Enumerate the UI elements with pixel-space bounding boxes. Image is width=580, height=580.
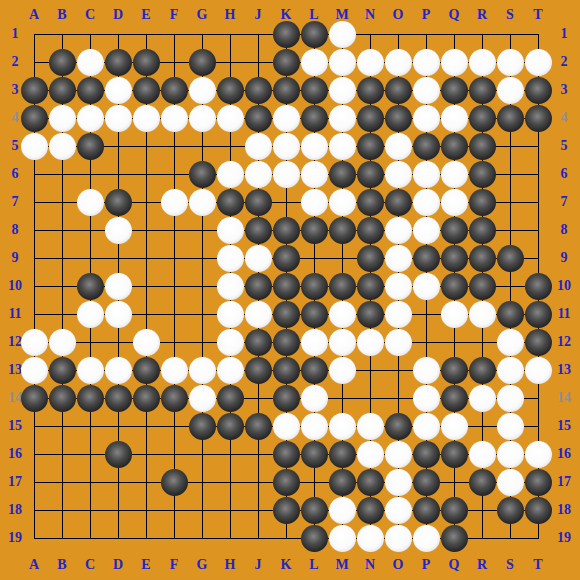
black-stone-T18[interactable] — [525, 497, 552, 524]
white-stone-R14[interactable] — [469, 385, 496, 412]
black-stone-B3[interactable] — [49, 77, 76, 104]
white-stone-L12[interactable] — [301, 329, 328, 356]
white-stone-A12[interactable] — [21, 329, 48, 356]
black-stone-K11[interactable] — [273, 301, 300, 328]
black-stone-R10[interactable] — [469, 273, 496, 300]
black-stone-L1[interactable] — [301, 21, 328, 48]
column-top-label: T — [526, 7, 550, 23]
column-top-label: E — [134, 7, 158, 23]
row-left-label: 9 — [3, 250, 27, 266]
white-stone-M15[interactable] — [329, 413, 356, 440]
white-stone-P7[interactable] — [413, 189, 440, 216]
row-left-label: 11 — [3, 306, 27, 322]
black-stone-K14[interactable] — [273, 385, 300, 412]
black-stone-L18[interactable] — [301, 497, 328, 524]
white-stone-T2[interactable] — [525, 49, 552, 76]
white-stone-J9[interactable] — [245, 245, 272, 272]
black-stone-R13[interactable] — [469, 357, 496, 384]
white-stone-H9[interactable] — [217, 245, 244, 272]
row-left-label: 8 — [3, 222, 27, 238]
white-stone-P10[interactable] — [413, 273, 440, 300]
white-stone-S16[interactable] — [497, 441, 524, 468]
white-stone-Q7[interactable] — [441, 189, 468, 216]
white-stone-F13[interactable] — [161, 357, 188, 384]
white-stone-L7[interactable] — [301, 189, 328, 216]
white-stone-O8[interactable] — [385, 217, 412, 244]
white-stone-N12[interactable] — [357, 329, 384, 356]
black-stone-P9[interactable] — [413, 245, 440, 272]
black-stone-J10[interactable] — [245, 273, 272, 300]
row-right-label: 16 — [552, 446, 576, 462]
column-top-label: N — [358, 7, 382, 23]
column-bottom-label: G — [190, 557, 214, 573]
white-stone-L2[interactable] — [301, 49, 328, 76]
row-right-label: 8 — [552, 222, 576, 238]
row-right-label: 17 — [552, 474, 576, 490]
white-stone-P3[interactable] — [413, 77, 440, 104]
row-left-label: 7 — [3, 194, 27, 210]
white-stone-N2[interactable] — [357, 49, 384, 76]
black-stone-D7[interactable] — [105, 189, 132, 216]
black-stone-N17[interactable] — [357, 469, 384, 496]
white-stone-H4[interactable] — [217, 105, 244, 132]
black-stone-S11[interactable] — [497, 301, 524, 328]
white-stone-Q15[interactable] — [441, 413, 468, 440]
row-right-label: 13 — [552, 362, 576, 378]
row-right-label: 14 — [552, 390, 576, 406]
black-stone-N9[interactable] — [357, 245, 384, 272]
white-stone-M19[interactable] — [329, 525, 356, 552]
column-top-label: R — [470, 7, 494, 23]
black-stone-Q18[interactable] — [441, 497, 468, 524]
row-right-label: 10 — [552, 278, 576, 294]
black-stone-R3[interactable] — [469, 77, 496, 104]
column-bottom-label: T — [526, 557, 550, 573]
black-stone-S18[interactable] — [497, 497, 524, 524]
white-stone-Q4[interactable] — [441, 105, 468, 132]
white-stone-C13[interactable] — [77, 357, 104, 384]
white-stone-Q6[interactable] — [441, 161, 468, 188]
black-stone-Q9[interactable] — [441, 245, 468, 272]
column-bottom-label: L — [302, 557, 326, 573]
white-stone-C7[interactable] — [77, 189, 104, 216]
white-stone-S13[interactable] — [497, 357, 524, 384]
row-right-label: 7 — [552, 194, 576, 210]
white-stone-A13[interactable] — [21, 357, 48, 384]
black-stone-K12[interactable] — [273, 329, 300, 356]
column-bottom-label: R — [470, 557, 494, 573]
white-stone-S12[interactable] — [497, 329, 524, 356]
row-right-label: 19 — [552, 530, 576, 546]
black-stone-M17[interactable] — [329, 469, 356, 496]
column-top-label: A — [22, 7, 46, 23]
column-top-label: O — [386, 7, 410, 23]
black-stone-C3[interactable] — [77, 77, 104, 104]
row-left-label: 1 — [3, 26, 27, 42]
white-stone-P15[interactable] — [413, 413, 440, 440]
column-top-label: D — [106, 7, 130, 23]
white-stone-F4[interactable] — [161, 105, 188, 132]
black-stone-T11[interactable] — [525, 301, 552, 328]
row-left-label: 19 — [3, 530, 27, 546]
white-stone-D3[interactable] — [105, 77, 132, 104]
white-stone-E4[interactable] — [133, 105, 160, 132]
white-stone-S17[interactable] — [497, 469, 524, 496]
black-stone-J4[interactable] — [245, 105, 272, 132]
column-bottom-label: B — [50, 557, 74, 573]
black-stone-J8[interactable] — [245, 217, 272, 244]
black-stone-D14[interactable] — [105, 385, 132, 412]
white-stone-P4[interactable] — [413, 105, 440, 132]
black-stone-T10[interactable] — [525, 273, 552, 300]
white-stone-H10[interactable] — [217, 273, 244, 300]
white-stone-O16[interactable] — [385, 441, 412, 468]
black-stone-H7[interactable] — [217, 189, 244, 216]
black-stone-R7[interactable] — [469, 189, 496, 216]
black-stone-J3[interactable] — [245, 77, 272, 104]
black-stone-T12[interactable] — [525, 329, 552, 356]
black-stone-C5[interactable] — [77, 133, 104, 160]
black-stone-H3[interactable] — [217, 77, 244, 104]
black-stone-O15[interactable] — [385, 413, 412, 440]
black-stone-J12[interactable] — [245, 329, 272, 356]
black-stone-J15[interactable] — [245, 413, 272, 440]
white-stone-S2[interactable] — [497, 49, 524, 76]
white-stone-J11[interactable] — [245, 301, 272, 328]
white-stone-P2[interactable] — [413, 49, 440, 76]
column-top-label: B — [50, 7, 74, 23]
white-stone-B12[interactable] — [49, 329, 76, 356]
column-top-label: G — [190, 7, 214, 23]
go-board[interactable]: AABBCCDDEEFFGGHHJJKKLLMMNNOOPPQQRRSSTT11… — [0, 0, 580, 580]
white-stone-C2[interactable] — [77, 49, 104, 76]
white-stone-M3[interactable] — [329, 77, 356, 104]
black-stone-L16[interactable] — [301, 441, 328, 468]
column-bottom-label: K — [274, 557, 298, 573]
row-left-label: 10 — [3, 278, 27, 294]
white-stone-P19[interactable] — [413, 525, 440, 552]
black-stone-F3[interactable] — [161, 77, 188, 104]
row-right-label: 3 — [552, 82, 576, 98]
white-stone-K5[interactable] — [273, 133, 300, 160]
black-stone-P17[interactable] — [413, 469, 440, 496]
black-stone-R6[interactable] — [469, 161, 496, 188]
black-stone-Q5[interactable] — [441, 133, 468, 160]
black-stone-K17[interactable] — [273, 469, 300, 496]
row-right-label: 1 — [552, 26, 576, 42]
white-stone-O5[interactable] — [385, 133, 412, 160]
black-stone-N5[interactable] — [357, 133, 384, 160]
column-top-label: C — [78, 7, 102, 23]
black-stone-N7[interactable] — [357, 189, 384, 216]
white-stone-S3[interactable] — [497, 77, 524, 104]
row-right-label: 9 — [552, 250, 576, 266]
column-bottom-label: C — [78, 557, 102, 573]
white-stone-M11[interactable] — [329, 301, 356, 328]
black-stone-E14[interactable] — [133, 385, 160, 412]
white-stone-O11[interactable] — [385, 301, 412, 328]
black-stone-D16[interactable] — [105, 441, 132, 468]
black-stone-K2[interactable] — [273, 49, 300, 76]
black-stone-M8[interactable] — [329, 217, 356, 244]
black-stone-P5[interactable] — [413, 133, 440, 160]
black-stone-N6[interactable] — [357, 161, 384, 188]
black-stone-J13[interactable] — [245, 357, 272, 384]
black-stone-L19[interactable] — [301, 525, 328, 552]
black-stone-R9[interactable] — [469, 245, 496, 272]
white-stone-D10[interactable] — [105, 273, 132, 300]
column-top-label: P — [414, 7, 438, 23]
column-bottom-label: J — [246, 557, 270, 573]
black-stone-E3[interactable] — [133, 77, 160, 104]
row-right-label: 6 — [552, 166, 576, 182]
white-stone-R2[interactable] — [469, 49, 496, 76]
row-left-label: 2 — [3, 54, 27, 70]
black-stone-K1[interactable] — [273, 21, 300, 48]
white-stone-P6[interactable] — [413, 161, 440, 188]
black-stone-H14[interactable] — [217, 385, 244, 412]
white-stone-H13[interactable] — [217, 357, 244, 384]
column-top-label: F — [162, 7, 186, 23]
black-stone-R5[interactable] — [469, 133, 496, 160]
black-stone-N3[interactable] — [357, 77, 384, 104]
black-stone-R4[interactable] — [469, 105, 496, 132]
column-bottom-label: E — [134, 557, 158, 573]
white-stone-M2[interactable] — [329, 49, 356, 76]
row-left-label: 18 — [3, 502, 27, 518]
black-stone-S4[interactable] — [497, 105, 524, 132]
black-stone-F17[interactable] — [161, 469, 188, 496]
black-stone-N10[interactable] — [357, 273, 384, 300]
row-left-label: 17 — [3, 474, 27, 490]
row-right-label: 12 — [552, 334, 576, 350]
black-stone-P16[interactable] — [413, 441, 440, 468]
column-bottom-label: H — [218, 557, 242, 573]
row-right-label: 18 — [552, 502, 576, 518]
black-stone-N4[interactable] — [357, 105, 384, 132]
white-stone-O9[interactable] — [385, 245, 412, 272]
black-stone-N11[interactable] — [357, 301, 384, 328]
white-stone-M13[interactable] — [329, 357, 356, 384]
white-stone-J5[interactable] — [245, 133, 272, 160]
column-bottom-label: F — [162, 557, 186, 573]
column-bottom-label: P — [414, 557, 438, 573]
black-stone-K13[interactable] — [273, 357, 300, 384]
white-stone-M7[interactable] — [329, 189, 356, 216]
black-stone-H15[interactable] — [217, 413, 244, 440]
black-stone-M16[interactable] — [329, 441, 356, 468]
black-stone-B13[interactable] — [49, 357, 76, 384]
white-stone-G7[interactable] — [189, 189, 216, 216]
white-stone-L6[interactable] — [301, 161, 328, 188]
black-stone-G15[interactable] — [189, 413, 216, 440]
white-stone-M18[interactable] — [329, 497, 356, 524]
row-left-label: 6 — [3, 166, 27, 182]
black-stone-C14[interactable] — [77, 385, 104, 412]
row-left-label: 15 — [3, 418, 27, 434]
black-stone-Q10[interactable] — [441, 273, 468, 300]
black-stone-K3[interactable] — [273, 77, 300, 104]
black-stone-E13[interactable] — [133, 357, 160, 384]
white-stone-P14[interactable] — [413, 385, 440, 412]
column-top-label: Q — [442, 7, 466, 23]
white-stone-L15[interactable] — [301, 413, 328, 440]
black-stone-R8[interactable] — [469, 217, 496, 244]
white-stone-S15[interactable] — [497, 413, 524, 440]
black-stone-K18[interactable] — [273, 497, 300, 524]
white-stone-R11[interactable] — [469, 301, 496, 328]
white-stone-N19[interactable] — [357, 525, 384, 552]
white-stone-C11[interactable] — [77, 301, 104, 328]
black-stone-M10[interactable] — [329, 273, 356, 300]
black-stone-L8[interactable] — [301, 217, 328, 244]
white-stone-J6[interactable] — [245, 161, 272, 188]
white-stone-H11[interactable] — [217, 301, 244, 328]
black-stone-K9[interactable] — [273, 245, 300, 272]
column-top-label: S — [498, 7, 522, 23]
black-stone-G2[interactable] — [189, 49, 216, 76]
white-stone-G13[interactable] — [189, 357, 216, 384]
column-bottom-label: O — [386, 557, 410, 573]
column-bottom-label: M — [330, 557, 354, 573]
black-stone-D2[interactable] — [105, 49, 132, 76]
white-stone-D4[interactable] — [105, 105, 132, 132]
white-stone-H8[interactable] — [217, 217, 244, 244]
white-stone-H12[interactable] — [217, 329, 244, 356]
black-stone-T3[interactable] — [525, 77, 552, 104]
white-stone-L5[interactable] — [301, 133, 328, 160]
column-bottom-label: Q — [442, 557, 466, 573]
column-bottom-label: S — [498, 557, 522, 573]
white-stone-O19[interactable] — [385, 525, 412, 552]
black-stone-A4[interactable] — [21, 105, 48, 132]
black-stone-J7[interactable] — [245, 189, 272, 216]
black-stone-P18[interactable] — [413, 497, 440, 524]
white-stone-O10[interactable] — [385, 273, 412, 300]
white-stone-P8[interactable] — [413, 217, 440, 244]
white-stone-T13[interactable] — [525, 357, 552, 384]
white-stone-M1[interactable] — [329, 21, 356, 48]
black-stone-R17[interactable] — [469, 469, 496, 496]
black-stone-T17[interactable] — [525, 469, 552, 496]
black-stone-F14[interactable] — [161, 385, 188, 412]
white-stone-E12[interactable] — [133, 329, 160, 356]
white-stone-O2[interactable] — [385, 49, 412, 76]
white-stone-O18[interactable] — [385, 497, 412, 524]
black-stone-L11[interactable] — [301, 301, 328, 328]
column-bottom-label: N — [358, 557, 382, 573]
column-bottom-label: D — [106, 557, 130, 573]
black-stone-C10[interactable] — [77, 273, 104, 300]
white-stone-N16[interactable] — [357, 441, 384, 468]
black-stone-M6[interactable] — [329, 161, 356, 188]
black-stone-K16[interactable] — [273, 441, 300, 468]
black-stone-Q16[interactable] — [441, 441, 468, 468]
white-stone-O17[interactable] — [385, 469, 412, 496]
black-stone-L10[interactable] — [301, 273, 328, 300]
black-stone-O4[interactable] — [385, 105, 412, 132]
white-stone-D13[interactable] — [105, 357, 132, 384]
white-stone-K15[interactable] — [273, 413, 300, 440]
row-left-label: 16 — [3, 446, 27, 462]
black-stone-Q3[interactable] — [441, 77, 468, 104]
row-right-label: 2 — [552, 54, 576, 70]
white-stone-A5[interactable] — [21, 133, 48, 160]
white-stone-S14[interactable] — [497, 385, 524, 412]
white-stone-R16[interactable] — [469, 441, 496, 468]
white-stone-M12[interactable] — [329, 329, 356, 356]
row-right-label: 11 — [552, 306, 576, 322]
black-stone-O7[interactable] — [385, 189, 412, 216]
white-stone-O12[interactable] — [385, 329, 412, 356]
black-stone-L13[interactable] — [301, 357, 328, 384]
column-bottom-label: A — [22, 557, 46, 573]
white-stone-G14[interactable] — [189, 385, 216, 412]
row-right-label: 15 — [552, 418, 576, 434]
black-stone-O3[interactable] — [385, 77, 412, 104]
black-stone-Q8[interactable] — [441, 217, 468, 244]
column-top-label: J — [246, 7, 270, 23]
black-stone-B2[interactable] — [49, 49, 76, 76]
white-stone-F7[interactable] — [161, 189, 188, 216]
white-stone-D8[interactable] — [105, 217, 132, 244]
black-stone-G6[interactable] — [189, 161, 216, 188]
white-stone-N15[interactable] — [357, 413, 384, 440]
black-stone-A14[interactable] — [21, 385, 48, 412]
black-stone-L3[interactable] — [301, 77, 328, 104]
white-stone-K6[interactable] — [273, 161, 300, 188]
black-stone-B14[interactable] — [49, 385, 76, 412]
white-stone-L14[interactable] — [301, 385, 328, 412]
white-stone-Q11[interactable] — [441, 301, 468, 328]
white-stone-G4[interactable] — [189, 105, 216, 132]
white-stone-T16[interactable] — [525, 441, 552, 468]
white-stone-P13[interactable] — [413, 357, 440, 384]
black-stone-T4[interactable] — [525, 105, 552, 132]
white-stone-M5[interactable] — [329, 133, 356, 160]
black-stone-N8[interactable] — [357, 217, 384, 244]
black-stone-A3[interactable] — [21, 77, 48, 104]
white-stone-B4[interactable] — [49, 105, 76, 132]
black-stone-E2[interactable] — [133, 49, 160, 76]
white-stone-H6[interactable] — [217, 161, 244, 188]
white-stone-D11[interactable] — [105, 301, 132, 328]
column-top-label: H — [218, 7, 242, 23]
white-stone-C4[interactable] — [77, 105, 104, 132]
white-stone-M4[interactable] — [329, 105, 356, 132]
black-stone-K8[interactable] — [273, 217, 300, 244]
white-stone-O6[interactable] — [385, 161, 412, 188]
black-stone-N18[interactable] — [357, 497, 384, 524]
black-stone-L4[interactable] — [301, 105, 328, 132]
black-stone-Q19[interactable] — [441, 525, 468, 552]
white-stone-B5[interactable] — [49, 133, 76, 160]
row-right-label: 4 — [552, 110, 576, 126]
black-stone-Q13[interactable] — [441, 357, 468, 384]
white-stone-K4[interactable] — [273, 105, 300, 132]
row-right-label: 5 — [552, 138, 576, 154]
white-stone-G3[interactable] — [189, 77, 216, 104]
black-stone-Q14[interactable] — [441, 385, 468, 412]
black-stone-S9[interactable] — [497, 245, 524, 272]
white-stone-Q2[interactable] — [441, 49, 468, 76]
black-stone-K10[interactable] — [273, 273, 300, 300]
